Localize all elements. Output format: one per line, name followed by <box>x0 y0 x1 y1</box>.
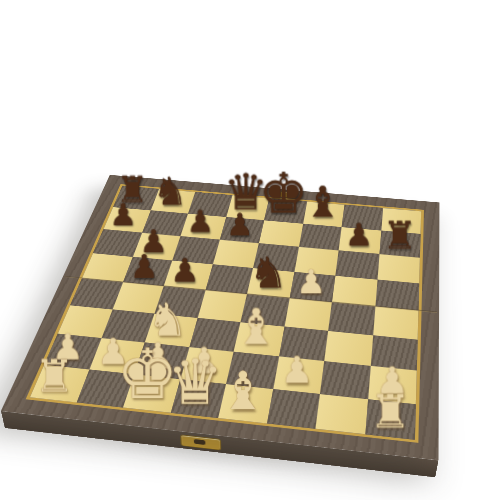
white-rook: ♜ <box>34 354 74 397</box>
clasp-latch <box>193 439 205 445</box>
square-g1 <box>315 394 367 435</box>
board-frame: ♜♞♛♚♝♟♟♟♟♜♟♟♟♞♟♞♝♟♟♟♟♟♟♜♚♛♝♜ <box>1 175 440 460</box>
black-pawn: ♟ <box>171 254 200 285</box>
brass-clasp <box>180 434 221 450</box>
square-f8: ♝ <box>303 201 345 226</box>
square-f4 <box>284 298 332 331</box>
square-d7: ♟ <box>219 217 264 243</box>
square-g4 <box>328 302 375 335</box>
black-knight: ♞ <box>249 253 288 294</box>
white-bishop: ♝ <box>235 304 279 351</box>
white-pawn: ♟ <box>280 353 313 388</box>
black-knight: ♞ <box>153 173 188 210</box>
square-f1 <box>267 389 320 429</box>
black-pawn: ♟ <box>187 207 215 236</box>
square-g6 <box>335 250 379 279</box>
white-rook: ♜ <box>369 389 411 433</box>
square-h1: ♜ <box>365 399 416 440</box>
chess-set-photo: ♜♞♛♚♝♟♟♟♟♜♟♟♟♞♟♞♝♟♟♟♟♟♟♜♚♛♝♜ <box>0 0 500 500</box>
square-f2: ♟ <box>273 356 324 393</box>
square-h4 <box>373 306 419 339</box>
square-h5 <box>375 279 419 310</box>
black-pawn: ♟ <box>129 251 158 282</box>
chess-board: ♜♞♛♚♝♟♟♟♟♜♟♟♟♞♟♞♝♟♟♟♟♟♟♜♚♛♝♜ <box>1 175 440 460</box>
black-pawn: ♟ <box>110 200 137 229</box>
square-g2 <box>320 361 370 399</box>
black-rook: ♜ <box>382 217 416 253</box>
square-e1: ♝ <box>218 384 273 424</box>
black-king: ♚ <box>259 167 309 220</box>
square-e8: ♚ <box>264 198 307 223</box>
square-g3 <box>324 331 372 366</box>
square-g7: ♟ <box>339 227 381 254</box>
white-bishop: ♝ <box>219 367 266 417</box>
square-e3: ♝ <box>234 322 285 356</box>
white-queen: ♛ <box>167 352 223 412</box>
square-h6 <box>377 254 420 283</box>
white-pawn: ♟ <box>296 266 326 297</box>
black-pawn: ♟ <box>345 220 373 250</box>
square-e7 <box>259 220 303 247</box>
square-d5 <box>205 264 253 294</box>
square-f5: ♟ <box>289 272 335 303</box>
black-bishop: ♝ <box>304 183 342 223</box>
square-h7: ♜ <box>379 230 420 257</box>
square-d1: ♛ <box>170 379 226 418</box>
black-pawn: ♟ <box>226 210 254 239</box>
board-grid: ♜♞♛♚♝♟♟♟♟♜♟♟♟♞♟♞♝♟♟♟♟♟♟♜♚♛♝♜ <box>30 186 421 440</box>
